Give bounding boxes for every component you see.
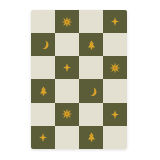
sparkle-icon: [110, 109, 120, 120]
tree-icon: [86, 39, 97, 51]
square-r6c2: [55, 126, 79, 149]
square-r2c4: [103, 33, 127, 56]
square-r6c4: [103, 126, 127, 149]
square-r3c3: [79, 56, 103, 79]
scene: [0, 0, 160, 160]
sun-icon: [61, 16, 73, 28]
square-r3c2: [55, 56, 79, 79]
sparkle-icon: [110, 16, 120, 27]
sun-icon: [109, 62, 121, 74]
square-r4c4: [103, 79, 127, 102]
square-r3c1: [31, 56, 55, 79]
square-r2c3: [79, 33, 103, 56]
square-r3c4: [103, 56, 127, 79]
square-r2c2: [55, 33, 79, 56]
square-r5c2: [55, 103, 79, 126]
square-r2c1: [31, 33, 55, 56]
tree-icon: [38, 85, 49, 97]
moon-icon: [38, 39, 49, 50]
sparkle-icon: [62, 62, 72, 73]
sparkle-icon: [38, 132, 48, 143]
moon-icon: [86, 86, 97, 97]
square-r1c4: [103, 10, 127, 33]
tree-icon: [86, 131, 97, 143]
square-r4c3: [79, 79, 103, 102]
square-r6c3: [79, 126, 103, 149]
square-r4c2: [55, 79, 79, 102]
sun-icon: [61, 108, 73, 120]
square-r5c4: [103, 103, 127, 126]
square-r6c1: [31, 126, 55, 149]
square-r5c3: [79, 103, 103, 126]
square-r1c1: [31, 10, 55, 33]
checkerboard: [31, 10, 127, 149]
square-r4c1: [31, 79, 55, 102]
square-r5c1: [31, 103, 55, 126]
square-r1c3: [79, 10, 103, 33]
square-r1c2: [55, 10, 79, 33]
